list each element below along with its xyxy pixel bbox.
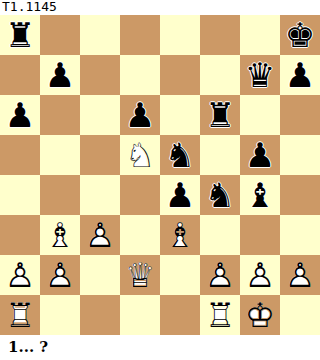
square-e1[interactable] (160, 295, 200, 335)
black-pawn: ♟ (40, 55, 80, 95)
square-f2[interactable]: ♟♙ (200, 255, 240, 295)
white-pawn: ♙ (40, 255, 80, 295)
white-pawn-fill: ♟ (240, 255, 280, 295)
square-f6[interactable]: ♜ (200, 95, 240, 135)
square-g3[interactable] (240, 215, 280, 255)
square-a2[interactable]: ♟♙ (0, 255, 40, 295)
square-d3[interactable] (120, 215, 160, 255)
square-e7[interactable] (160, 55, 200, 95)
white-bishop-fill: ♝ (40, 215, 80, 255)
square-a5[interactable] (0, 135, 40, 175)
square-a1[interactable]: ♜♖ (0, 295, 40, 335)
square-f3[interactable] (200, 215, 240, 255)
square-c2[interactable] (80, 255, 120, 295)
square-h2[interactable]: ♟♙ (280, 255, 320, 295)
square-h5[interactable] (280, 135, 320, 175)
square-d2[interactable]: ♛♕ (120, 255, 160, 295)
square-b3[interactable]: ♝♗ (40, 215, 80, 255)
white-pawn-fill: ♟ (200, 255, 240, 295)
black-knight: ♞ (160, 135, 200, 175)
square-h3[interactable] (280, 215, 320, 255)
white-queen-fill: ♛ (120, 255, 160, 295)
square-a8[interactable]: ♜ (0, 15, 40, 55)
black-king: ♚ (280, 15, 320, 55)
square-c7[interactable] (80, 55, 120, 95)
black-bishop: ♝ (240, 175, 280, 215)
square-g8[interactable] (240, 15, 280, 55)
square-g6[interactable] (240, 95, 280, 135)
square-b7[interactable]: ♟ (40, 55, 80, 95)
square-g1[interactable]: ♚♔ (240, 295, 280, 335)
square-e3[interactable]: ♝♗ (160, 215, 200, 255)
white-pawn-fill: ♟ (280, 255, 320, 295)
white-pawn: ♙ (240, 255, 280, 295)
square-e6[interactable] (160, 95, 200, 135)
white-pawn-fill: ♟ (40, 255, 80, 295)
white-pawn: ♙ (0, 255, 40, 295)
white-rook-fill: ♜ (0, 295, 40, 335)
square-h7[interactable]: ♟ (280, 55, 320, 95)
square-c3[interactable]: ♟♙ (80, 215, 120, 255)
black-rook: ♜ (200, 95, 240, 135)
square-e2[interactable] (160, 255, 200, 295)
square-h1[interactable] (280, 295, 320, 335)
white-rook-fill: ♜ (200, 295, 240, 335)
black-pawn: ♟ (240, 135, 280, 175)
square-b1[interactable] (40, 295, 80, 335)
square-d6[interactable]: ♟ (120, 95, 160, 135)
square-b5[interactable] (40, 135, 80, 175)
square-h4[interactable] (280, 175, 320, 215)
white-king-fill: ♚ (240, 295, 280, 335)
square-c6[interactable] (80, 95, 120, 135)
black-pawn: ♟ (120, 95, 160, 135)
square-f4[interactable]: ♞ (200, 175, 240, 215)
square-g7[interactable]: ♛ (240, 55, 280, 95)
square-f7[interactable] (200, 55, 240, 95)
square-g4[interactable]: ♝ (240, 175, 280, 215)
square-h8[interactable]: ♚ (280, 15, 320, 55)
square-h6[interactable] (280, 95, 320, 135)
square-b2[interactable]: ♟♙ (40, 255, 80, 295)
square-c8[interactable] (80, 15, 120, 55)
white-queen: ♕ (120, 255, 160, 295)
black-pawn: ♟ (0, 95, 40, 135)
square-g5[interactable]: ♟ (240, 135, 280, 175)
square-d8[interactable] (120, 15, 160, 55)
square-e5[interactable]: ♞ (160, 135, 200, 175)
square-e4[interactable]: ♟ (160, 175, 200, 215)
square-f5[interactable] (200, 135, 240, 175)
square-b6[interactable] (40, 95, 80, 135)
white-bishop: ♗ (160, 215, 200, 255)
black-queen: ♛ (240, 55, 280, 95)
white-rook: ♖ (200, 295, 240, 335)
black-pawn: ♟ (280, 55, 320, 95)
white-king: ♔ (240, 295, 280, 335)
square-a3[interactable] (0, 215, 40, 255)
chess-board: ♜♚♟♛♟♟♟♜♞♘♞♟♟♞♝♝♗♟♙♝♗♟♙♟♙♛♕♟♙♟♙♟♙♜♖♜♖♚♔ (0, 15, 320, 335)
black-knight: ♞ (200, 175, 240, 215)
white-bishop-fill: ♝ (160, 215, 200, 255)
white-rook: ♖ (0, 295, 40, 335)
square-c1[interactable] (80, 295, 120, 335)
white-pawn-fill: ♟ (0, 255, 40, 295)
white-pawn: ♙ (80, 215, 120, 255)
square-c5[interactable] (80, 135, 120, 175)
square-b8[interactable] (40, 15, 80, 55)
puzzle-title: T1.1145 (0, 0, 320, 15)
square-f1[interactable]: ♜♖ (200, 295, 240, 335)
square-d1[interactable] (120, 295, 160, 335)
white-knight: ♘ (120, 135, 160, 175)
white-pawn-fill: ♟ (80, 215, 120, 255)
white-pawn: ♙ (280, 255, 320, 295)
white-pawn: ♙ (200, 255, 240, 295)
move-prompt: 1... ? (0, 335, 320, 360)
square-b4[interactable] (40, 175, 80, 215)
square-a7[interactable] (0, 55, 40, 95)
white-bishop: ♗ (40, 215, 80, 255)
square-d5[interactable]: ♞♘ (120, 135, 160, 175)
square-a4[interactable] (0, 175, 40, 215)
square-d4[interactable] (120, 175, 160, 215)
black-rook: ♜ (0, 15, 40, 55)
square-d7[interactable] (120, 55, 160, 95)
square-e8[interactable] (160, 15, 200, 55)
square-a6[interactable]: ♟ (0, 95, 40, 135)
square-c4[interactable] (80, 175, 120, 215)
black-pawn: ♟ (160, 175, 200, 215)
square-f8[interactable] (200, 15, 240, 55)
square-g2[interactable]: ♟♙ (240, 255, 280, 295)
white-knight-fill: ♞ (120, 135, 160, 175)
